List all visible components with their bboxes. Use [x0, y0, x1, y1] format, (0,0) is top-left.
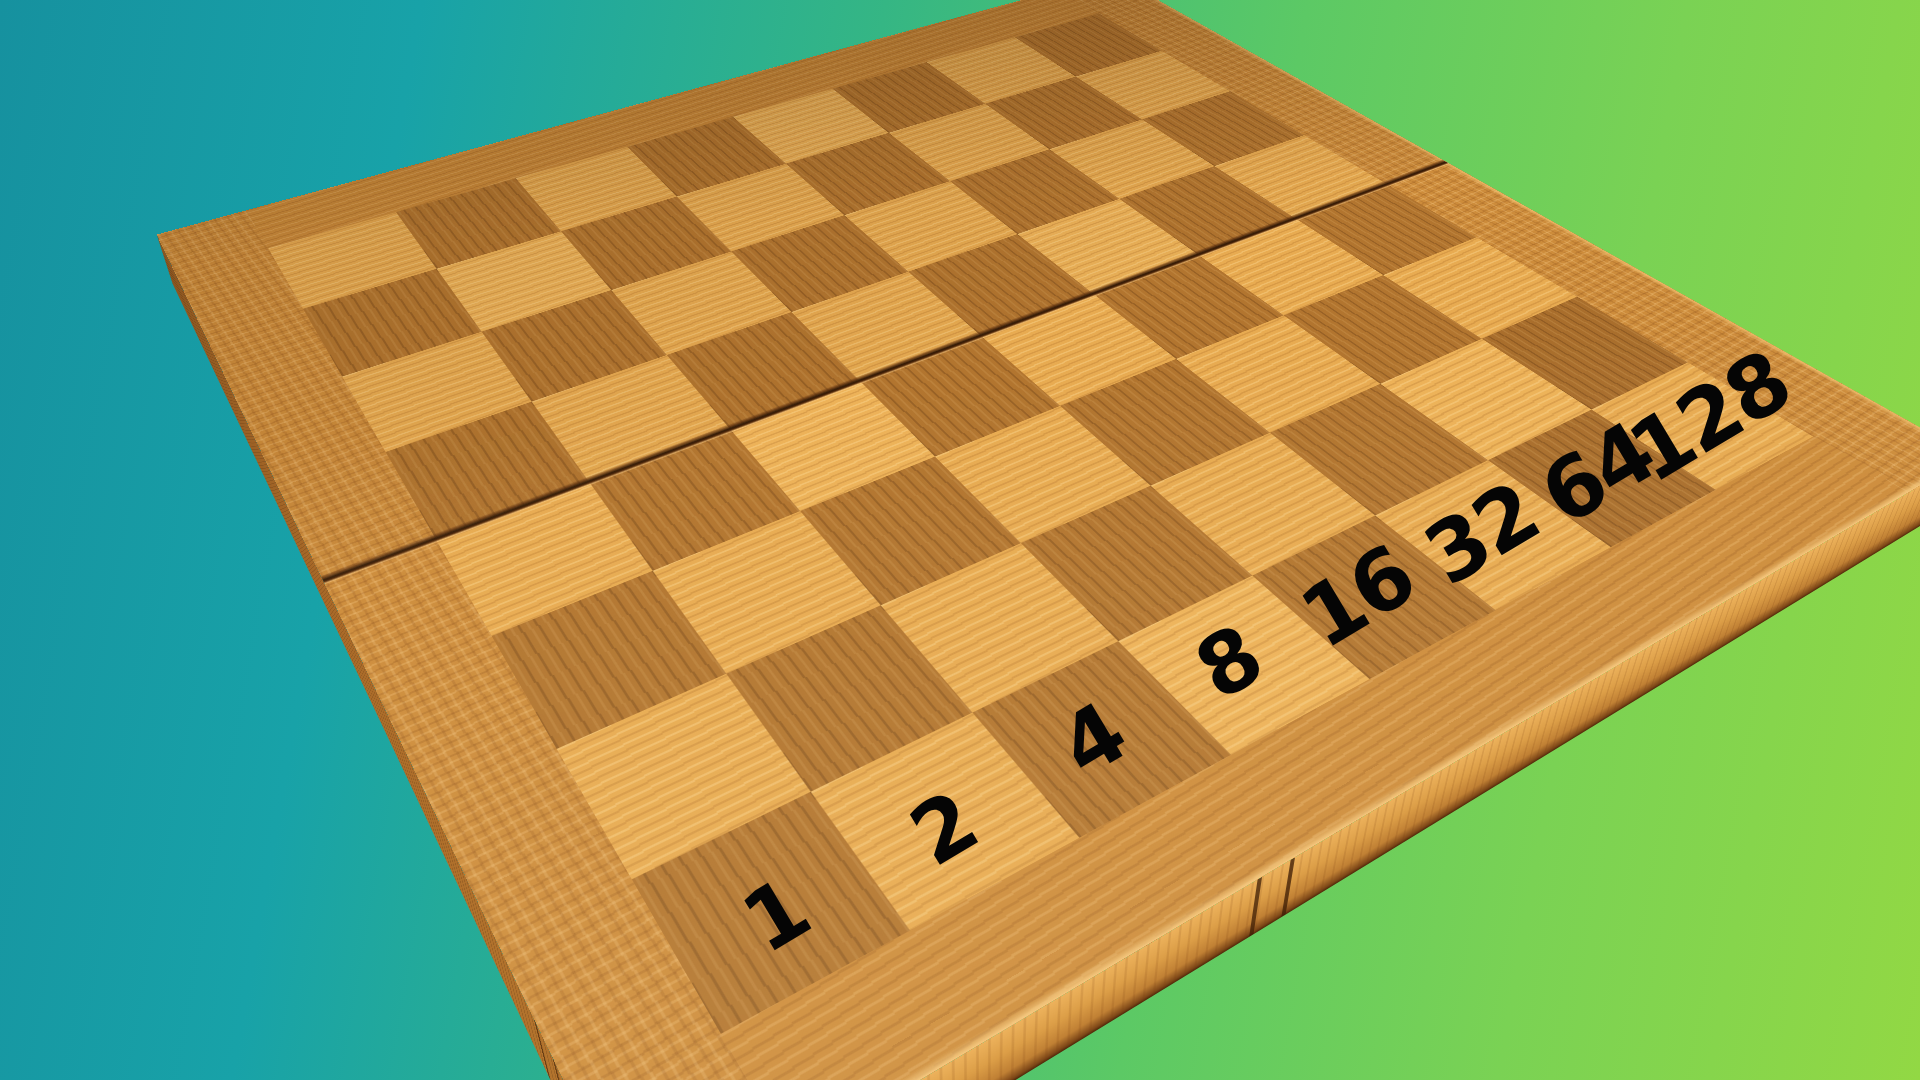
front-groove-1 [1249, 877, 1262, 937]
chessboard [157, 0, 1920, 1080]
front-groove-2 [1281, 857, 1295, 917]
photo-screenshot: { "game": "chess", "position": "8/8/8/8/… [0, 0, 1920, 1080]
background-gradient: 1 2 4 8 16 32 64 128 [0, 0, 1920, 1080]
perspective-scene [0, 0, 1920, 1080]
